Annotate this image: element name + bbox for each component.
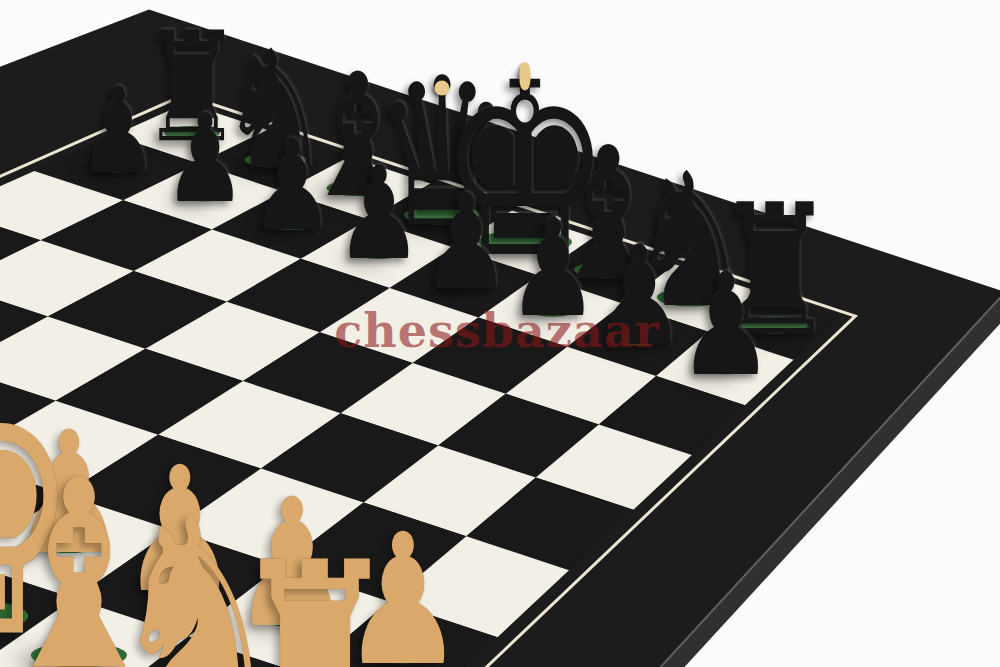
- black-pawn-h7: ♟: [678, 255, 774, 396]
- black-pawn-b7: ♟: [163, 98, 246, 220]
- black-pawn-e7: ♟: [421, 176, 511, 308]
- black-pawn-f7: ♟: [507, 202, 599, 337]
- black-pawn-a7: ♟: [78, 72, 159, 191]
- white-rook-h1: ♜: [228, 528, 402, 667]
- pieces-layer: ♜♞♝♛♚♝♞♜♟♟♟♟♟♟♟♟♟♟♟♟♟♟♛♚♝♞♜: [0, 0, 1000, 667]
- black-pawn-d7: ♟: [335, 150, 423, 278]
- black-pawn-c7: ♟: [249, 124, 334, 249]
- product-photo: ♜♞♝♛♚♝♞♜♟♟♟♟♟♟♟♟♟♟♟♟♟♟♛♚♝♞♜ chessbazaar: [0, 0, 1000, 667]
- black-pawn-g7: ♟: [592, 229, 686, 367]
- e8-stem-finial: [519, 63, 530, 90]
